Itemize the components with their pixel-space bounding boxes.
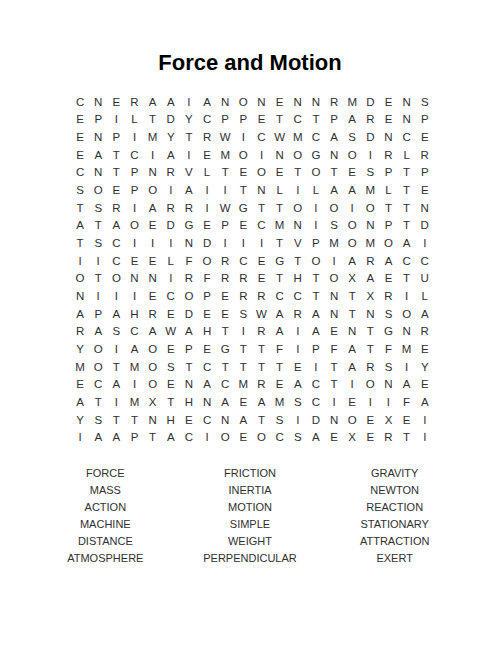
grid-cell[interactable]: A	[107, 217, 125, 235]
grid-cell[interactable]: A	[271, 305, 289, 323]
grid-cell[interactable]: E	[416, 128, 434, 146]
grid-cell[interactable]: N	[325, 146, 343, 164]
grid-cell[interactable]: T	[180, 128, 198, 146]
grid-cell[interactable]: A	[343, 340, 361, 358]
grid-cell[interactable]: A	[180, 323, 198, 341]
grid-cell[interactable]: T	[89, 393, 107, 411]
grid-cell[interactable]: T	[107, 146, 125, 164]
grid-cell[interactable]: X	[343, 428, 361, 446]
grid-cell[interactable]: S	[416, 93, 434, 111]
grid-cell[interactable]: N	[216, 411, 234, 429]
grid-cell[interactable]: A	[107, 428, 125, 446]
grid-cell[interactable]: E	[252, 111, 270, 129]
word-list-item[interactable]: GRAVITY	[322, 464, 467, 481]
grid-cell[interactable]: T	[398, 270, 416, 288]
grid-cell[interactable]: O	[89, 181, 107, 199]
grid-cell[interactable]: T	[325, 164, 343, 182]
grid-cell[interactable]: A	[216, 393, 234, 411]
grid-cell[interactable]: U	[416, 270, 434, 288]
grid-cell[interactable]: E	[361, 411, 379, 429]
grid-cell[interactable]: R	[144, 305, 162, 323]
grid-cell[interactable]: T	[144, 111, 162, 129]
grid-cell[interactable]: G	[234, 199, 252, 217]
grid-cell[interactable]: R	[198, 128, 216, 146]
grid-cell[interactable]: A	[234, 411, 252, 429]
grid-cell[interactable]: R	[107, 199, 125, 217]
grid-cell[interactable]: T	[271, 270, 289, 288]
word-list-item[interactable]: WEIGHT	[178, 532, 323, 549]
grid-cell[interactable]: O	[289, 146, 307, 164]
grid-cell[interactable]: H	[198, 323, 216, 341]
grid-cell[interactable]: O	[89, 358, 107, 376]
grid-cell[interactable]: R	[125, 93, 143, 111]
grid-cell[interactable]: W	[216, 199, 234, 217]
grid-cell[interactable]: T	[89, 217, 107, 235]
grid-cell[interactable]: P	[307, 234, 325, 252]
grid-cell[interactable]: R	[71, 323, 89, 341]
grid-cell[interactable]: I	[379, 393, 397, 411]
grid-cell[interactable]: S	[361, 164, 379, 182]
grid-cell[interactable]: I	[198, 428, 216, 446]
grid-cell[interactable]: E	[379, 93, 397, 111]
grid-cell[interactable]: A	[307, 428, 325, 446]
grid-cell[interactable]: N	[361, 217, 379, 235]
grid-cell[interactable]: N	[307, 93, 325, 111]
grid-cell[interactable]: C	[252, 128, 270, 146]
grid-cell[interactable]: I	[307, 199, 325, 217]
word-list-item[interactable]: MASS	[33, 481, 178, 498]
grid-cell[interactable]: E	[162, 305, 180, 323]
grid-cell[interactable]: H	[125, 305, 143, 323]
grid-cell[interactable]: O	[361, 376, 379, 394]
grid-cell[interactable]: O	[89, 340, 107, 358]
grid-cell[interactable]: I	[398, 287, 416, 305]
grid-cell[interactable]: C	[125, 146, 143, 164]
grid-cell[interactable]: E	[107, 93, 125, 111]
grid-cell[interactable]: M	[325, 234, 343, 252]
grid-cell[interactable]: A	[89, 323, 107, 341]
grid-cell[interactable]: C	[216, 376, 234, 394]
grid-cell[interactable]: C	[198, 411, 216, 429]
grid-cell[interactable]: T	[379, 199, 397, 217]
grid-cell[interactable]: A	[144, 93, 162, 111]
grid-cell[interactable]: M	[289, 128, 307, 146]
grid-cell[interactable]: A	[71, 305, 89, 323]
grid-cell[interactable]: M	[216, 146, 234, 164]
grid-cell[interactable]: E	[216, 305, 234, 323]
grid-cell[interactable]: A	[271, 323, 289, 341]
grid-cell[interactable]: I	[325, 393, 343, 411]
grid-cell[interactable]: O	[252, 428, 270, 446]
grid-cell[interactable]: I	[144, 234, 162, 252]
grid-cell[interactable]: E	[162, 376, 180, 394]
grid-cell[interactable]: T	[361, 323, 379, 341]
grid-cell[interactable]: F	[325, 340, 343, 358]
grid-cell[interactable]: C	[89, 376, 107, 394]
grid-cell[interactable]: E	[198, 305, 216, 323]
grid-cell[interactable]: O	[144, 181, 162, 199]
word-list-item[interactable]: PERPENDICULAR	[178, 549, 323, 566]
grid-cell[interactable]: N	[144, 270, 162, 288]
grid-cell[interactable]: T	[343, 305, 361, 323]
grid-cell[interactable]: I	[216, 234, 234, 252]
grid-cell[interactable]: S	[325, 217, 343, 235]
grid-cell[interactable]: E	[144, 252, 162, 270]
grid-cell[interactable]: E	[271, 164, 289, 182]
grid-cell[interactable]: I	[125, 128, 143, 146]
grid-cell[interactable]: M	[125, 393, 143, 411]
grid-cell[interactable]: A	[343, 358, 361, 376]
grid-cell[interactable]: M	[71, 358, 89, 376]
grid-cell[interactable]: F	[398, 393, 416, 411]
grid-cell[interactable]: E	[180, 411, 198, 429]
grid-cell[interactable]: S	[289, 428, 307, 446]
grid-cell[interactable]: T	[252, 340, 270, 358]
grid-cell[interactable]: H	[162, 411, 180, 429]
grid-cell[interactable]: T	[307, 270, 325, 288]
grid-cell[interactable]: T	[343, 287, 361, 305]
grid-cell[interactable]: E	[71, 111, 89, 129]
grid-cell[interactable]: I	[162, 270, 180, 288]
grid-cell[interactable]: C	[107, 252, 125, 270]
grid-cell[interactable]: P	[325, 111, 343, 129]
grid-cell[interactable]: A	[325, 128, 343, 146]
grid-cell[interactable]: L	[162, 252, 180, 270]
grid-cell[interactable]: P	[180, 340, 198, 358]
grid-cell[interactable]: I	[71, 252, 89, 270]
grid-cell[interactable]: N	[180, 376, 198, 394]
grid-cell[interactable]: R	[361, 358, 379, 376]
grid-cell[interactable]: I	[343, 376, 361, 394]
grid-cell[interactable]: E	[416, 181, 434, 199]
grid-cell[interactable]: C	[416, 252, 434, 270]
grid-cell[interactable]: F	[198, 270, 216, 288]
grid-cell[interactable]: W	[216, 128, 234, 146]
grid-cell[interactable]: T	[398, 164, 416, 182]
grid-cell[interactable]: N	[325, 411, 343, 429]
grid-cell[interactable]: I	[180, 146, 198, 164]
grid-cell[interactable]: N	[289, 93, 307, 111]
grid-cell[interactable]: N	[252, 181, 270, 199]
grid-cell[interactable]: I	[198, 181, 216, 199]
grid-cell[interactable]: N	[271, 146, 289, 164]
grid-cell[interactable]: N	[379, 376, 397, 394]
grid-cell[interactable]: L	[307, 181, 325, 199]
grid-cell[interactable]: S	[379, 305, 397, 323]
grid-cell[interactable]: E	[234, 393, 252, 411]
grid-cell[interactable]: I	[89, 252, 107, 270]
grid-cell[interactable]: A	[361, 270, 379, 288]
grid-cell[interactable]: M	[271, 217, 289, 235]
grid-cell[interactable]: A	[125, 340, 143, 358]
grid-cell[interactable]: I	[107, 393, 125, 411]
grid-cell[interactable]: T	[361, 340, 379, 358]
grid-cell[interactable]: F	[379, 340, 397, 358]
grid-cell[interactable]: A	[144, 323, 162, 341]
grid-cell[interactable]: I	[252, 146, 270, 164]
grid-cell[interactable]: S	[271, 411, 289, 429]
grid-cell[interactable]: I	[180, 93, 198, 111]
grid-cell[interactable]: N	[216, 93, 234, 111]
grid-cell[interactable]: T	[107, 411, 125, 429]
grid-cell[interactable]: P	[416, 164, 434, 182]
grid-cell[interactable]: N	[361, 305, 379, 323]
grid-cell[interactable]: I	[416, 411, 434, 429]
grid-cell[interactable]: A	[379, 252, 397, 270]
grid-cell[interactable]: L	[398, 146, 416, 164]
grid-cell[interactable]: A	[416, 393, 434, 411]
grid-cell[interactable]: C	[398, 252, 416, 270]
grid-cell[interactable]: I	[416, 428, 434, 446]
grid-cell[interactable]: M	[271, 393, 289, 411]
grid-cell[interactable]: O	[343, 234, 361, 252]
grid-cell[interactable]: I	[252, 234, 270, 252]
grid-cell[interactable]: O	[216, 428, 234, 446]
grid-cell[interactable]: T	[162, 393, 180, 411]
grid-cell[interactable]: A	[71, 217, 89, 235]
grid-cell[interactable]: G	[379, 323, 397, 341]
grid-cell[interactable]: I	[162, 234, 180, 252]
grid-cell[interactable]: O	[180, 287, 198, 305]
grid-cell[interactable]: I	[398, 358, 416, 376]
grid-cell[interactable]: X	[361, 287, 379, 305]
grid-cell[interactable]: X	[379, 411, 397, 429]
grid-cell[interactable]: O	[252, 164, 270, 182]
grid-cell[interactable]: N	[398, 93, 416, 111]
grid-cell[interactable]: A	[180, 181, 198, 199]
grid-cell[interactable]: O	[307, 164, 325, 182]
grid-cell[interactable]: T	[271, 234, 289, 252]
grid-cell[interactable]: R	[216, 270, 234, 288]
grid-cell[interactable]: T	[180, 358, 198, 376]
grid-cell[interactable]: E	[343, 164, 361, 182]
grid-cell[interactable]: Y	[416, 358, 434, 376]
grid-cell[interactable]: C	[180, 428, 198, 446]
grid-cell[interactable]: O	[289, 199, 307, 217]
grid-cell[interactable]: C	[289, 111, 307, 129]
grid-cell[interactable]: N	[144, 164, 162, 182]
grid-cell[interactable]: A	[289, 376, 307, 394]
grid-cell[interactable]: O	[234, 146, 252, 164]
grid-cell[interactable]: M	[343, 93, 361, 111]
grid-cell[interactable]: D	[361, 93, 379, 111]
grid-cell[interactable]: N	[416, 199, 434, 217]
grid-cell[interactable]: O	[198, 252, 216, 270]
grid-cell[interactable]: A	[398, 376, 416, 394]
grid-cell[interactable]: N	[198, 393, 216, 411]
grid-cell[interactable]: T	[234, 340, 252, 358]
grid-cell[interactable]: N	[252, 93, 270, 111]
grid-cell[interactable]: N	[89, 128, 107, 146]
grid-cell[interactable]: E	[343, 393, 361, 411]
grid-cell[interactable]: W	[271, 128, 289, 146]
grid-cell[interactable]: P	[198, 287, 216, 305]
grid-cell[interactable]: R	[361, 111, 379, 129]
grid-cell[interactable]: I	[198, 199, 216, 217]
grid-cell[interactable]: A	[398, 234, 416, 252]
grid-cell[interactable]: N	[180, 234, 198, 252]
grid-cell[interactable]: T	[252, 199, 270, 217]
grid-cell[interactable]: C	[271, 428, 289, 446]
grid-cell[interactable]: R	[416, 146, 434, 164]
grid-cell[interactable]: I	[307, 358, 325, 376]
grid-cell[interactable]: T	[307, 287, 325, 305]
grid-cell[interactable]: R	[162, 164, 180, 182]
grid-cell[interactable]: Y	[162, 128, 180, 146]
grid-cell[interactable]: O	[234, 93, 252, 111]
grid-cell[interactable]: T	[252, 411, 270, 429]
grid-cell[interactable]: C	[162, 287, 180, 305]
grid-cell[interactable]: P	[125, 428, 143, 446]
grid-cell[interactable]: N	[144, 411, 162, 429]
grid-cell[interactable]: T	[144, 428, 162, 446]
grid-cell[interactable]: P	[307, 340, 325, 358]
grid-cell[interactable]: E	[252, 252, 270, 270]
grid-cell[interactable]: F	[180, 252, 198, 270]
grid-cell[interactable]: N	[71, 287, 89, 305]
grid-cell[interactable]: P	[416, 111, 434, 129]
grid-cell[interactable]: R	[416, 323, 434, 341]
grid-cell[interactable]: O	[144, 340, 162, 358]
grid-cell[interactable]: E	[325, 428, 343, 446]
grid-cell[interactable]: C	[125, 323, 143, 341]
grid-cell[interactable]: R	[361, 252, 379, 270]
grid-cell[interactable]: I	[89, 287, 107, 305]
grid-cell[interactable]: E	[234, 428, 252, 446]
grid-cell[interactable]: C	[289, 287, 307, 305]
grid-cell[interactable]: R	[325, 93, 343, 111]
grid-cell[interactable]: A	[89, 428, 107, 446]
word-list-item[interactable]: FORCE	[33, 464, 178, 481]
grid-cell[interactable]: X	[343, 270, 361, 288]
grid-cell[interactable]: E	[144, 217, 162, 235]
grid-cell[interactable]: P	[379, 164, 397, 182]
grid-cell[interactable]: T	[325, 358, 343, 376]
grid-cell[interactable]: C	[198, 358, 216, 376]
grid-cell[interactable]: H	[180, 393, 198, 411]
grid-cell[interactable]: L	[416, 287, 434, 305]
grid-cell[interactable]: N	[343, 323, 361, 341]
word-list-item[interactable]: FRICTION	[178, 464, 323, 481]
word-list-item[interactable]: SIMPLE	[178, 515, 323, 532]
grid-cell[interactable]: T	[71, 199, 89, 217]
grid-cell[interactable]: E	[71, 146, 89, 164]
grid-cell[interactable]: I	[416, 234, 434, 252]
grid-cell[interactable]: A	[162, 93, 180, 111]
grid-cell[interactable]: M	[234, 376, 252, 394]
grid-cell[interactable]: S	[89, 199, 107, 217]
grid-cell[interactable]: T	[398, 199, 416, 217]
grid-cell[interactable]: I	[107, 287, 125, 305]
grid-cell[interactable]: N	[398, 323, 416, 341]
grid-cell[interactable]: C	[71, 93, 89, 111]
grid-cell[interactable]: E	[162, 340, 180, 358]
grid-cell[interactable]: I	[125, 234, 143, 252]
grid-cell[interactable]: T	[107, 358, 125, 376]
grid-cell[interactable]: A	[416, 305, 434, 323]
grid-cell[interactable]: A	[107, 305, 125, 323]
grid-cell[interactable]: T	[398, 217, 416, 235]
grid-cell[interactable]: C	[198, 111, 216, 129]
grid-cell[interactable]: R	[252, 323, 270, 341]
grid-cell[interactable]: I	[289, 411, 307, 429]
grid-cell[interactable]: O	[398, 305, 416, 323]
grid-cell[interactable]: T	[216, 358, 234, 376]
grid-cell[interactable]: S	[71, 181, 89, 199]
word-list-item[interactable]: STATIONARY	[322, 515, 467, 532]
grid-cell[interactable]: T	[271, 199, 289, 217]
grid-cell[interactable]: O	[307, 252, 325, 270]
grid-cell[interactable]: P	[89, 305, 107, 323]
grid-cell[interactable]: R	[379, 428, 397, 446]
grid-cell[interactable]: E	[125, 252, 143, 270]
grid-cell[interactable]: C	[398, 128, 416, 146]
grid-cell[interactable]: D	[198, 234, 216, 252]
grid-cell[interactable]: T	[216, 164, 234, 182]
grid-cell[interactable]: G	[216, 340, 234, 358]
grid-cell[interactable]: C	[71, 164, 89, 182]
grid-cell[interactable]: T	[398, 181, 416, 199]
grid-cell[interactable]: R	[162, 199, 180, 217]
word-list-item[interactable]: ACTION	[33, 498, 178, 515]
grid-cell[interactable]: C	[307, 376, 325, 394]
grid-cell[interactable]: I	[162, 181, 180, 199]
grid-cell[interactable]: A	[343, 181, 361, 199]
grid-cell[interactable]: A	[307, 305, 325, 323]
grid-cell[interactable]: A	[307, 323, 325, 341]
grid-cell[interactable]: M	[361, 234, 379, 252]
grid-cell[interactable]: R	[252, 287, 270, 305]
grid-cell[interactable]: O	[71, 270, 89, 288]
grid-cell[interactable]: P	[89, 111, 107, 129]
grid-cell[interactable]: E	[198, 340, 216, 358]
grid-cell[interactable]: E	[71, 376, 89, 394]
grid-cell[interactable]: D	[361, 128, 379, 146]
grid-cell[interactable]: A	[343, 111, 361, 129]
grid-cell[interactable]: T	[125, 411, 143, 429]
word-list-item[interactable]: MACHINE	[33, 515, 178, 532]
grid-cell[interactable]: D	[180, 305, 198, 323]
grid-cell[interactable]: T	[234, 358, 252, 376]
grid-cell[interactable]: S	[343, 128, 361, 146]
grid-cell[interactable]: E	[379, 270, 397, 288]
grid-cell[interactable]: O	[343, 217, 361, 235]
grid-cell[interactable]: P	[216, 217, 234, 235]
grid-cell[interactable]: N	[325, 305, 343, 323]
word-list-item[interactable]: ATTRACTION	[322, 532, 467, 549]
grid-cell[interactable]: T	[289, 164, 307, 182]
word-list-item[interactable]: EXERT	[322, 549, 467, 566]
grid-cell[interactable]: P	[125, 164, 143, 182]
grid-cell[interactable]: I	[125, 287, 143, 305]
grid-cell[interactable]: T	[289, 252, 307, 270]
grid-cell[interactable]: I	[216, 181, 234, 199]
grid-cell[interactable]: X	[144, 393, 162, 411]
grid-cell[interactable]: R	[234, 287, 252, 305]
grid-cell[interactable]: C	[271, 287, 289, 305]
grid-cell[interactable]: G	[180, 217, 198, 235]
grid-cell[interactable]: D	[162, 217, 180, 235]
grid-cell[interactable]: A	[198, 376, 216, 394]
grid-cell[interactable]: E	[416, 340, 434, 358]
grid-cell[interactable]: O	[343, 411, 361, 429]
grid-cell[interactable]: A	[162, 146, 180, 164]
grid-cell[interactable]: A	[162, 428, 180, 446]
grid-cell[interactable]: E	[271, 376, 289, 394]
grid-cell[interactable]: E	[216, 287, 234, 305]
grid-cell[interactable]: O	[343, 146, 361, 164]
grid-cell[interactable]: S	[289, 393, 307, 411]
